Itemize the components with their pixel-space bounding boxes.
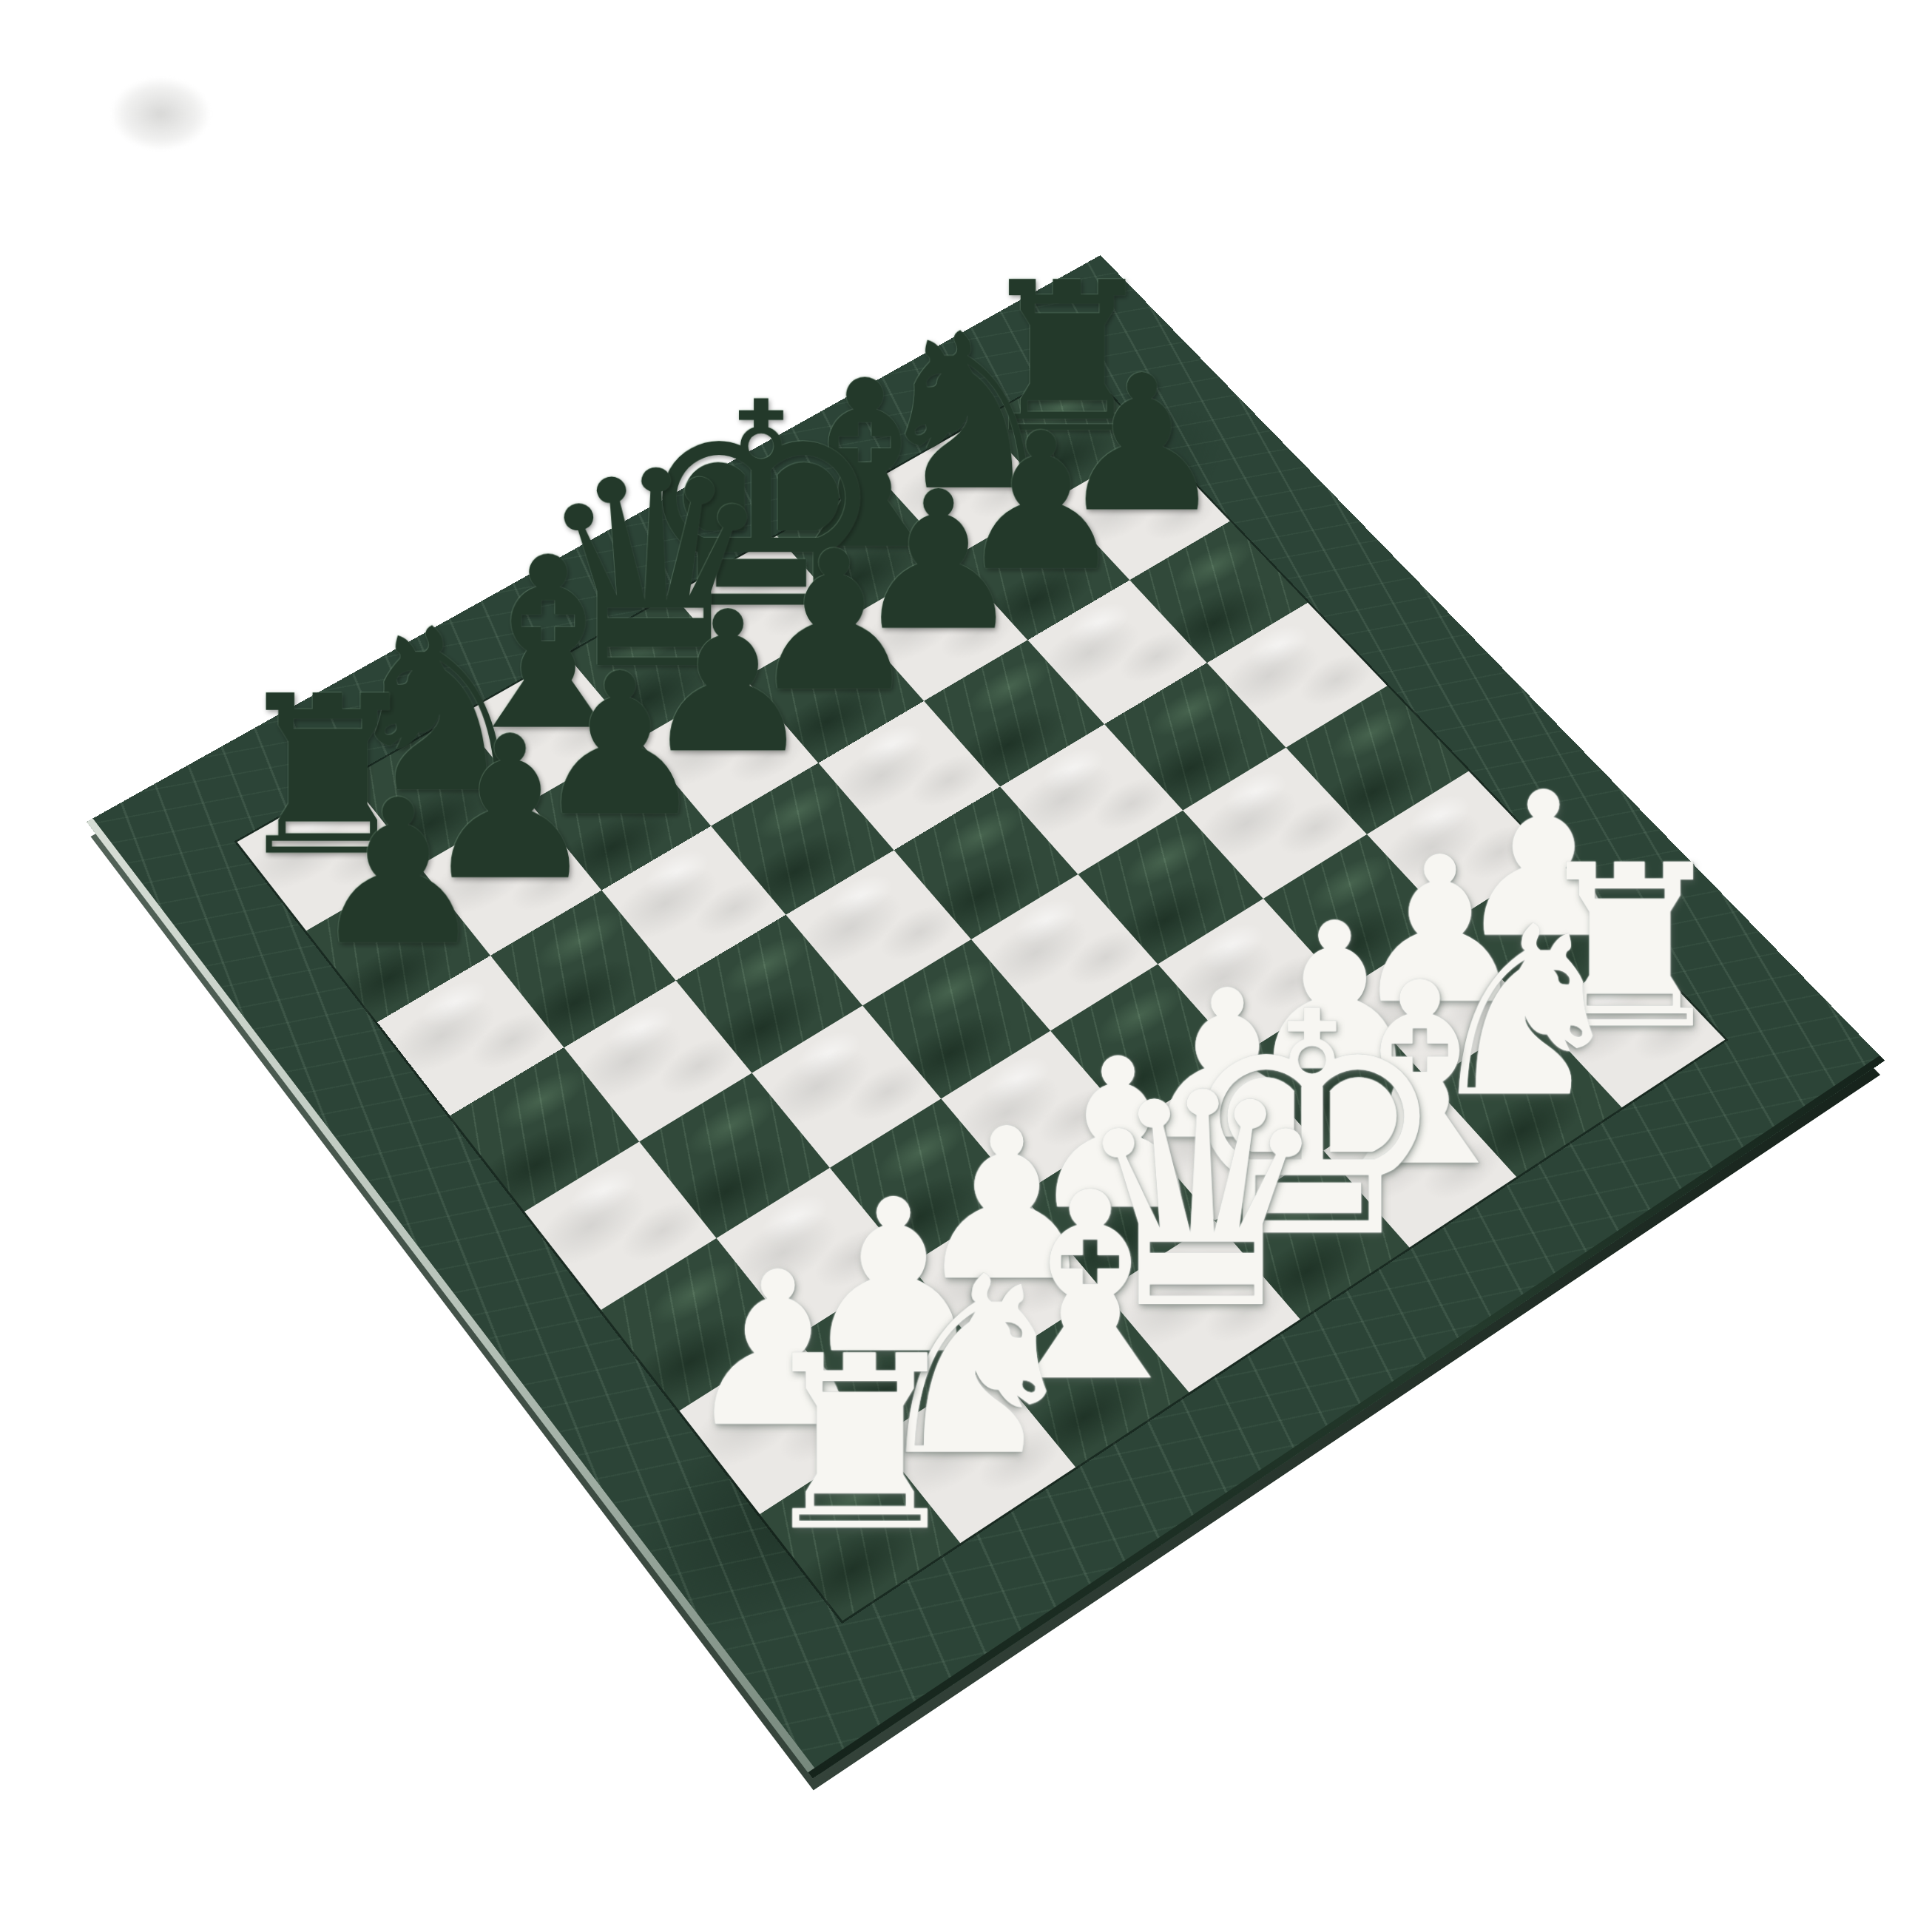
square-a7[interactable]: ♟ — [306, 866, 490, 1022]
marble-chess-set-photo: ♜♞♝♛♚♝♞♜♟♟♟♟♟♟♟♟♟♟♟♟♟♟♟♟♜♞♝♛♚♝♞♜ — [0, 0, 1932, 1932]
background-artifact — [111, 74, 222, 163]
green-pawn-a7[interactable]: ♟ — [308, 774, 487, 973]
square-a1[interactable]: ♜ — [760, 1439, 960, 1621]
chessboard: ♜♞♝♛♚♝♞♜♟♟♟♟♟♟♟♟♟♟♟♟♟♟♟♟♜♞♝♛♚♝♞♜ — [237, 364, 1726, 1621]
white-rook-a1[interactable]: ♜ — [752, 1325, 967, 1564]
chessboard-3d: ♜♞♝♛♚♝♞♜♟♟♟♟♟♟♟♟♟♟♟♟♟♟♟♟♜♞♝♛♚♝♞♜ — [87, 255, 1885, 1779]
board-border: ♜♞♝♛♚♝♞♜♟♟♟♟♟♟♟♟♟♟♟♟♟♟♟♟♜♞♝♛♚♝♞♜ — [87, 255, 1885, 1779]
square-c6[interactable] — [601, 826, 786, 981]
chessboard-scene: ♜♞♝♛♚♝♞♜♟♟♟♟♟♟♟♟♟♟♟♟♟♟♟♟♜♞♝♛♚♝♞♜ — [328, 296, 1615, 1583]
